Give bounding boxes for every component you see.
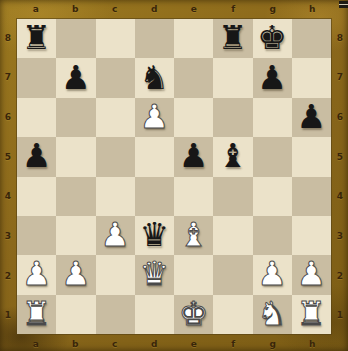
- square-e7[interactable]: [174, 58, 213, 97]
- file-label-top-b: b: [56, 2, 96, 16]
- square-e1[interactable]: ♚: [174, 295, 213, 334]
- piece-black-pawn-a5[interactable]: ♟: [22, 139, 52, 172]
- square-c7[interactable]: [96, 58, 135, 97]
- square-b3[interactable]: [56, 216, 95, 255]
- rank-label-right-6: 6: [332, 97, 348, 137]
- square-b4[interactable]: [56, 177, 95, 216]
- square-h2[interactable]: ♟: [292, 255, 331, 294]
- chess-app-window: abcdefgh 87654321 ♜♜♚♟♞♟♟♟♟♟♝♟♛♝♟♟♛♟♟♜♚♞…: [0, 0, 348, 351]
- file-label-top-g: g: [253, 2, 293, 16]
- square-a7[interactable]: [17, 58, 56, 97]
- piece-black-pawn-b7[interactable]: ♟: [61, 61, 91, 94]
- square-a1[interactable]: ♜: [17, 295, 56, 334]
- square-h5[interactable]: [292, 137, 331, 176]
- rank-label-right-1: 1: [332, 295, 348, 335]
- square-f5[interactable]: ♝: [213, 137, 252, 176]
- square-g2[interactable]: ♟: [253, 255, 292, 294]
- screen-artifact: [339, 1, 348, 8]
- board[interactable]: ♜♜♚♟♞♟♟♟♟♟♝♟♛♝♟♟♛♟♟♜♚♞♜: [16, 18, 332, 335]
- square-h8[interactable]: [292, 19, 331, 58]
- piece-white-king-e1[interactable]: ♚: [179, 297, 209, 330]
- square-c8[interactable]: [96, 19, 135, 58]
- rank-labels-left: 87654321: [0, 18, 16, 335]
- rank-label-left-2: 2: [0, 256, 16, 296]
- square-a2[interactable]: ♟: [17, 255, 56, 294]
- square-c5[interactable]: [96, 137, 135, 176]
- square-f4[interactable]: [213, 177, 252, 216]
- square-e8[interactable]: [174, 19, 213, 58]
- square-f7[interactable]: [213, 58, 252, 97]
- file-label-bottom-d: d: [135, 337, 175, 350]
- rank-label-right-4: 4: [332, 177, 348, 217]
- square-b2[interactable]: ♟: [56, 255, 95, 294]
- square-c2[interactable]: [96, 255, 135, 294]
- square-d1[interactable]: [135, 295, 174, 334]
- file-label-top-c: c: [95, 2, 135, 16]
- square-a4[interactable]: [17, 177, 56, 216]
- square-b5[interactable]: [56, 137, 95, 176]
- file-labels-top: abcdefgh: [16, 2, 332, 16]
- piece-white-rook-a1[interactable]: ♜: [22, 297, 52, 330]
- rank-label-left-6: 6: [0, 97, 16, 137]
- square-g5[interactable]: [253, 137, 292, 176]
- square-b7[interactable]: ♟: [56, 58, 95, 97]
- square-d4[interactable]: [135, 177, 174, 216]
- piece-white-knight-g1[interactable]: ♞: [257, 297, 287, 330]
- file-label-bottom-a: a: [16, 337, 56, 350]
- rank-label-right-5: 5: [332, 137, 348, 177]
- piece-black-pawn-h6[interactable]: ♟: [297, 100, 327, 133]
- square-h3[interactable]: [292, 216, 331, 255]
- rank-label-right-8: 8: [332, 18, 348, 58]
- square-b6[interactable]: [56, 98, 95, 137]
- square-d7[interactable]: ♞: [135, 58, 174, 97]
- square-c3[interactable]: ♟: [96, 216, 135, 255]
- piece-black-queen-d3[interactable]: ♛: [140, 218, 170, 251]
- square-e5[interactable]: ♟: [174, 137, 213, 176]
- square-g1[interactable]: ♞: [253, 295, 292, 334]
- file-labels-bottom: abcdefgh: [16, 337, 332, 350]
- file-label-top-a: a: [16, 2, 56, 16]
- piece-black-rook-f8[interactable]: ♜: [218, 21, 248, 54]
- piece-white-bishop-e3[interactable]: ♝: [179, 218, 209, 251]
- square-f1[interactable]: [213, 295, 252, 334]
- piece-white-pawn-c3[interactable]: ♟: [100, 218, 130, 251]
- square-h4[interactable]: [292, 177, 331, 216]
- piece-white-pawn-h2[interactable]: ♟: [297, 257, 327, 290]
- square-g3[interactable]: [253, 216, 292, 255]
- piece-black-knight-d7[interactable]: ♞: [140, 61, 170, 94]
- rank-label-left-4: 4: [0, 177, 16, 217]
- rank-label-left-7: 7: [0, 58, 16, 98]
- piece-white-rook-h1[interactable]: ♜: [297, 297, 327, 330]
- file-label-top-h: h: [293, 2, 333, 16]
- square-a6[interactable]: [17, 98, 56, 137]
- square-h1[interactable]: ♜: [292, 295, 331, 334]
- square-b8[interactable]: [56, 19, 95, 58]
- piece-white-pawn-d6[interactable]: ♟: [140, 100, 170, 133]
- file-label-bottom-e: e: [174, 337, 214, 350]
- square-g6[interactable]: [253, 98, 292, 137]
- piece-white-pawn-b2[interactable]: ♟: [61, 257, 91, 290]
- square-g4[interactable]: [253, 177, 292, 216]
- square-a3[interactable]: [17, 216, 56, 255]
- square-b1[interactable]: [56, 295, 95, 334]
- square-h6[interactable]: ♟: [292, 98, 331, 137]
- square-d2[interactable]: ♛: [135, 255, 174, 294]
- square-d6[interactable]: ♟: [135, 98, 174, 137]
- rank-label-left-3: 3: [0, 216, 16, 256]
- rank-label-right-7: 7: [332, 58, 348, 98]
- square-a8[interactable]: ♜: [17, 19, 56, 58]
- rank-label-right-2: 2: [332, 256, 348, 296]
- piece-white-pawn-a2[interactable]: ♟: [22, 257, 52, 290]
- rank-label-left-1: 1: [0, 295, 16, 335]
- square-f2[interactable]: [213, 255, 252, 294]
- rank-label-right-3: 3: [332, 216, 348, 256]
- piece-black-rook-a8[interactable]: ♜: [22, 21, 52, 54]
- square-g7[interactable]: ♟: [253, 58, 292, 97]
- square-c1[interactable]: [96, 295, 135, 334]
- square-e3[interactable]: ♝: [174, 216, 213, 255]
- square-c4[interactable]: [96, 177, 135, 216]
- file-label-top-e: e: [174, 2, 214, 16]
- square-d5[interactable]: [135, 137, 174, 176]
- square-e6[interactable]: [174, 98, 213, 137]
- file-label-bottom-h: h: [293, 337, 333, 350]
- piece-black-pawn-e5[interactable]: ♟: [179, 139, 209, 172]
- square-d3[interactable]: ♛: [135, 216, 174, 255]
- file-label-bottom-b: b: [56, 337, 96, 350]
- file-label-bottom-c: c: [95, 337, 135, 350]
- file-label-top-f: f: [214, 2, 254, 16]
- square-c6[interactable]: [96, 98, 135, 137]
- file-label-top-d: d: [135, 2, 175, 16]
- file-label-bottom-f: f: [214, 337, 254, 350]
- square-g8[interactable]: ♚: [253, 19, 292, 58]
- file-label-bottom-g: g: [253, 337, 293, 350]
- square-e4[interactable]: [174, 177, 213, 216]
- piece-white-queen-d2[interactable]: ♛: [140, 257, 170, 290]
- rank-labels-right: 87654321: [332, 18, 348, 335]
- piece-black-bishop-f5[interactable]: ♝: [218, 139, 248, 172]
- square-h7[interactable]: [292, 58, 331, 97]
- rank-label-left-5: 5: [0, 137, 16, 177]
- piece-white-pawn-g2[interactable]: ♟: [257, 257, 287, 290]
- piece-black-pawn-g7[interactable]: ♟: [257, 61, 287, 94]
- square-f6[interactable]: [213, 98, 252, 137]
- square-d8[interactable]: [135, 19, 174, 58]
- square-a5[interactable]: ♟: [17, 137, 56, 176]
- square-f8[interactable]: ♜: [213, 19, 252, 58]
- square-f3[interactable]: [213, 216, 252, 255]
- rank-label-left-8: 8: [0, 18, 16, 58]
- piece-black-king-g8[interactable]: ♚: [257, 21, 287, 54]
- square-e2[interactable]: [174, 255, 213, 294]
